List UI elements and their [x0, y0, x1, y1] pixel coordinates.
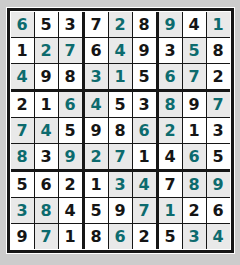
cell-r7c2-entry[interactable]: 6	[35, 172, 58, 197]
cell-r1c2-entry[interactable]: 5	[35, 12, 58, 37]
cell-r9c2-given[interactable]: 7	[35, 224, 58, 249]
cell-r5c6-given[interactable]: 6	[133, 118, 156, 143]
cell-r5c4-entry[interactable]: 9	[85, 118, 108, 143]
cell-r6c6-entry[interactable]: 1	[133, 144, 156, 169]
cell-r9c3-entry[interactable]: 1	[59, 224, 82, 249]
cell-r9c6-entry[interactable]: 2	[133, 224, 156, 249]
box-3: 941358672	[159, 12, 230, 89]
cell-r4c6-entry[interactable]: 3	[133, 92, 156, 117]
cell-r9c5-given[interactable]: 6	[109, 224, 132, 249]
cell-r7c9-given[interactable]: 9	[207, 172, 230, 197]
cell-r8c9-entry[interactable]: 6	[207, 198, 230, 223]
cell-r6c4-given[interactable]: 2	[85, 144, 108, 169]
cell-r8c2-given[interactable]: 8	[35, 198, 58, 223]
cell-r2c9-entry[interactable]: 8	[207, 38, 230, 63]
box-9: 789126534	[159, 172, 230, 249]
cell-r2c1-entry[interactable]: 1	[11, 38, 34, 63]
cell-r4c1-entry[interactable]: 2	[11, 92, 34, 117]
cell-r6c3-given[interactable]: 9	[59, 144, 82, 169]
cell-r9c8-given[interactable]: 3	[183, 224, 206, 249]
cell-r3c1-given[interactable]: 4	[11, 64, 34, 89]
cell-r2c2-given[interactable]: 2	[35, 38, 58, 63]
cell-r5c5-entry[interactable]: 8	[109, 118, 132, 143]
cell-r2c3-given[interactable]: 7	[59, 38, 82, 63]
cell-r3c3-entry[interactable]: 8	[59, 64, 82, 89]
cell-r1c4-entry[interactable]: 7	[85, 12, 108, 37]
cell-r1c5-given[interactable]: 2	[109, 12, 132, 37]
cell-r7c7-entry[interactable]: 7	[159, 172, 182, 197]
cell-r8c7-given[interactable]: 1	[159, 198, 182, 223]
box-5: 453986271	[85, 92, 156, 169]
cell-r9c9-given[interactable]: 4	[207, 224, 230, 249]
cell-r8c4-entry[interactable]: 5	[85, 198, 108, 223]
cell-r1c3-entry[interactable]: 3	[59, 12, 82, 37]
box-6: 897213465	[159, 92, 230, 169]
cell-r1c9-given[interactable]: 1	[207, 12, 230, 37]
sudoku-grid: 6531274987286493159413586722167458394539…	[11, 12, 230, 249]
cell-r4c7-given[interactable]: 8	[159, 92, 182, 117]
cell-r8c1-given[interactable]: 3	[11, 198, 34, 223]
cell-r9c4-entry[interactable]: 8	[85, 224, 108, 249]
cell-r5c1-given[interactable]: 7	[11, 118, 34, 143]
cell-r4c3-given[interactable]: 6	[59, 92, 82, 117]
cell-r9c1-entry[interactable]: 9	[11, 224, 34, 249]
cell-r9c7-entry[interactable]: 5	[159, 224, 182, 249]
cell-r6c1-given[interactable]: 8	[11, 144, 34, 169]
cell-r7c4-entry[interactable]: 1	[85, 172, 108, 197]
cell-r3c4-given[interactable]: 3	[85, 64, 108, 89]
cell-r6c7-entry[interactable]: 4	[159, 144, 182, 169]
cell-r5c2-given[interactable]: 4	[35, 118, 58, 143]
cell-r2c5-given[interactable]: 4	[109, 38, 132, 63]
cell-r4c5-entry[interactable]: 5	[109, 92, 132, 117]
cell-r8c6-given[interactable]: 7	[133, 198, 156, 223]
cell-r4c4-given[interactable]: 4	[85, 92, 108, 117]
cell-r5c7-given[interactable]: 2	[159, 118, 182, 143]
cell-r5c8-entry[interactable]: 1	[183, 118, 206, 143]
cell-r2c8-given[interactable]: 5	[183, 38, 206, 63]
box-4: 216745839	[11, 92, 82, 169]
cell-r7c3-entry[interactable]: 2	[59, 172, 82, 197]
cell-r4c2-entry[interactable]: 1	[35, 92, 58, 117]
cell-r7c1-entry[interactable]: 5	[11, 172, 34, 197]
cell-r5c9-entry[interactable]: 3	[207, 118, 230, 143]
cell-r1c7-given[interactable]: 9	[159, 12, 182, 37]
cell-r4c8-entry[interactable]: 9	[183, 92, 206, 117]
cell-r8c8-entry[interactable]: 2	[183, 198, 206, 223]
cell-r8c3-entry[interactable]: 4	[59, 198, 82, 223]
box-2: 728649315	[85, 12, 156, 89]
cell-r3c2-entry[interactable]: 9	[35, 64, 58, 89]
cell-r6c2-entry[interactable]: 3	[35, 144, 58, 169]
cell-r7c8-given[interactable]: 8	[183, 172, 206, 197]
sudoku-board: 6531274987286493159413586722167458394539…	[7, 8, 234, 253]
cell-r8c5-entry[interactable]: 9	[109, 198, 132, 223]
cell-r1c8-entry[interactable]: 4	[183, 12, 206, 37]
cell-r2c6-entry[interactable]: 9	[133, 38, 156, 63]
cell-r6c5-given[interactable]: 7	[109, 144, 132, 169]
cell-r3c5-given[interactable]: 1	[109, 64, 132, 89]
cell-r1c1-given[interactable]: 6	[11, 12, 34, 37]
box-8: 134597862	[85, 172, 156, 249]
box-7: 562384971	[11, 172, 82, 249]
cell-r3c6-entry[interactable]: 5	[133, 64, 156, 89]
cell-r2c7-entry[interactable]: 3	[159, 38, 182, 63]
cell-r6c8-given[interactable]: 6	[183, 144, 206, 169]
box-1: 653127498	[11, 12, 82, 89]
sudoku-frame: 6531274987286493159413586722167458394539…	[7, 8, 234, 253]
cell-r1c6-entry[interactable]: 8	[133, 12, 156, 37]
cell-r2c4-entry[interactable]: 6	[85, 38, 108, 63]
cell-r3c8-given[interactable]: 7	[183, 64, 206, 89]
cell-r3c7-given[interactable]: 6	[159, 64, 182, 89]
cell-r4c9-given[interactable]: 7	[207, 92, 230, 117]
cell-r3c9-entry[interactable]: 2	[207, 64, 230, 89]
cell-r7c6-given[interactable]: 4	[133, 172, 156, 197]
cell-r5c3-entry[interactable]: 5	[59, 118, 82, 143]
cell-r6c9-entry[interactable]: 5	[207, 144, 230, 169]
cell-r7c5-given[interactable]: 3	[109, 172, 132, 197]
